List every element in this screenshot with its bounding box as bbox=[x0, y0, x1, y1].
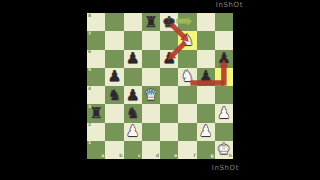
square-a2[interactable]: 2 bbox=[87, 123, 105, 141]
piece-white-pawn-g2[interactable]: ♟ bbox=[197, 123, 215, 141]
piece-white-pawn-h3[interactable]: ♟ bbox=[215, 104, 233, 122]
square-b7[interactable] bbox=[105, 31, 123, 49]
piece-black-knight-b4[interactable]: ♞ bbox=[105, 86, 123, 104]
square-g1[interactable]: g bbox=[197, 141, 215, 159]
square-h2[interactable] bbox=[215, 123, 233, 141]
piece-white-queen-d4[interactable]: ♛ bbox=[142, 86, 160, 104]
file-label-e: e bbox=[174, 154, 177, 159]
square-c1[interactable]: c bbox=[124, 141, 142, 159]
rank-label-7: 7 bbox=[88, 32, 91, 37]
square-b4[interactable]: ♞ bbox=[105, 86, 123, 104]
square-h1[interactable]: h♚ bbox=[215, 141, 233, 159]
square-a7[interactable]: 7 bbox=[87, 31, 105, 49]
square-h8[interactable] bbox=[215, 13, 233, 31]
piece-white-knight-f5[interactable]: ♞ bbox=[178, 68, 196, 86]
square-e3[interactable] bbox=[160, 104, 178, 122]
square-h5[interactable] bbox=[215, 68, 233, 86]
square-b5[interactable]: ♟ bbox=[105, 68, 123, 86]
square-a3[interactable]: 3♜ bbox=[87, 104, 105, 122]
square-g8[interactable] bbox=[197, 13, 215, 31]
rank-label-5: 5 bbox=[88, 68, 91, 73]
rank-label-3: 3 bbox=[88, 105, 91, 110]
square-b1[interactable]: b bbox=[105, 141, 123, 159]
square-h3[interactable]: ♟ bbox=[215, 104, 233, 122]
square-a4[interactable]: 4 bbox=[87, 86, 105, 104]
piece-black-pawn-h6[interactable]: ♟ bbox=[215, 50, 233, 68]
piece-black-pawn-c4[interactable]: ♟ bbox=[124, 86, 142, 104]
square-c7[interactable] bbox=[124, 31, 142, 49]
square-c3[interactable]: ♞ bbox=[124, 104, 142, 122]
square-a5[interactable]: 5 bbox=[87, 68, 105, 86]
square-f8[interactable] bbox=[178, 13, 196, 31]
file-label-g: g bbox=[211, 154, 214, 159]
square-d6[interactable] bbox=[142, 50, 160, 68]
file-label-f: f bbox=[194, 154, 196, 159]
square-g3[interactable] bbox=[197, 104, 215, 122]
square-e7[interactable] bbox=[160, 31, 178, 49]
piece-black-rook-d8[interactable]: ♜ bbox=[142, 13, 160, 31]
square-a1[interactable]: 1a bbox=[87, 141, 105, 159]
watermark-top: InShOt bbox=[216, 2, 243, 9]
square-b6[interactable] bbox=[105, 50, 123, 68]
rank-label-1: 1 bbox=[88, 141, 91, 146]
square-c2[interactable]: ♟ bbox=[124, 123, 142, 141]
square-c6[interactable]: ♟ bbox=[124, 50, 142, 68]
square-g6[interactable] bbox=[197, 50, 215, 68]
square-d8[interactable]: ♜ bbox=[142, 13, 160, 31]
file-label-d: d bbox=[156, 154, 159, 159]
square-d7[interactable] bbox=[142, 31, 160, 49]
square-d2[interactable] bbox=[142, 123, 160, 141]
square-b8[interactable] bbox=[105, 13, 123, 31]
square-a6[interactable]: 6 bbox=[87, 50, 105, 68]
square-g5[interactable]: ♟ bbox=[197, 68, 215, 86]
file-label-h: h bbox=[229, 154, 232, 159]
square-d5[interactable] bbox=[142, 68, 160, 86]
piece-black-pawn-g5[interactable]: ♟ bbox=[197, 68, 215, 86]
square-c4[interactable]: ♟ bbox=[124, 86, 142, 104]
square-e6[interactable]: ♟ bbox=[160, 50, 178, 68]
rank-label-6: 6 bbox=[88, 50, 91, 55]
square-d3[interactable] bbox=[142, 104, 160, 122]
piece-black-pawn-e6[interactable]: ♟ bbox=[160, 50, 178, 68]
rank-label-4: 4 bbox=[88, 87, 91, 92]
square-e4[interactable] bbox=[160, 86, 178, 104]
square-b3[interactable] bbox=[105, 104, 123, 122]
square-d4[interactable]: ♛ bbox=[142, 86, 160, 104]
watermark-bottom: InShOt bbox=[212, 165, 239, 172]
square-f7[interactable]: ♞ bbox=[178, 31, 196, 49]
rank-label-2: 2 bbox=[88, 123, 91, 128]
square-f5[interactable]: ♞ bbox=[178, 68, 196, 86]
file-label-c: c bbox=[138, 154, 141, 159]
square-d1[interactable]: d bbox=[142, 141, 160, 159]
square-h6[interactable]: ♟ bbox=[215, 50, 233, 68]
square-b2[interactable] bbox=[105, 123, 123, 141]
square-g4[interactable] bbox=[197, 86, 215, 104]
square-c8[interactable] bbox=[124, 13, 142, 31]
piece-white-pawn-c2[interactable]: ♟ bbox=[124, 123, 142, 141]
piece-black-pawn-b5[interactable]: ♟ bbox=[105, 68, 123, 86]
square-h4[interactable] bbox=[215, 86, 233, 104]
chess-board[interactable]: 8♜♚7♞6♟♟♟5♟♞♟4♞♟♛3♜♞♟2♟♟1abcdefgh♚ bbox=[87, 13, 233, 159]
video-strip: 8♜♚7♞6♟♟♟5♟♞♟4♞♟♛3♜♞♟2♟♟1abcdefgh♚ bbox=[85, 0, 235, 180]
piece-white-knight-f7[interactable]: ♞ bbox=[178, 31, 196, 49]
square-f1[interactable]: f bbox=[178, 141, 196, 159]
rank-label-8: 8 bbox=[88, 14, 91, 19]
piece-black-pawn-c6[interactable]: ♟ bbox=[124, 50, 142, 68]
piece-black-knight-c3[interactable]: ♞ bbox=[124, 104, 142, 122]
video-frame-root: 8♜♚7♞6♟♟♟5♟♞♟4♞♟♛3♜♞♟2♟♟1abcdefgh♚ InShO… bbox=[0, 0, 320, 180]
square-e8[interactable]: ♚ bbox=[160, 13, 178, 31]
square-f3[interactable] bbox=[178, 104, 196, 122]
square-e5[interactable] bbox=[160, 68, 178, 86]
file-label-a: a bbox=[101, 154, 104, 159]
square-f4[interactable] bbox=[178, 86, 196, 104]
square-f2[interactable] bbox=[178, 123, 196, 141]
square-g2[interactable]: ♟ bbox=[197, 123, 215, 141]
square-a8[interactable]: 8 bbox=[87, 13, 105, 31]
square-e2[interactable] bbox=[160, 123, 178, 141]
square-f6[interactable] bbox=[178, 50, 196, 68]
piece-black-king-e8[interactable]: ♚ bbox=[160, 13, 178, 31]
square-h7[interactable] bbox=[215, 31, 233, 49]
square-e1[interactable]: e bbox=[160, 141, 178, 159]
square-c5[interactable] bbox=[124, 68, 142, 86]
file-label-b: b bbox=[119, 154, 122, 159]
square-g7[interactable] bbox=[197, 31, 215, 49]
